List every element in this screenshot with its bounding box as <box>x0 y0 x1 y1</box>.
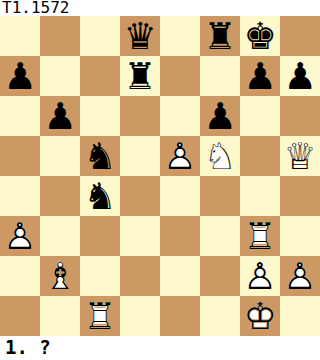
square-b7[interactable] <box>40 56 80 96</box>
square-e2[interactable] <box>160 256 200 296</box>
square-f5[interactable]: ♞♘ <box>200 136 240 176</box>
white-rook: ♖ <box>240 216 280 256</box>
square-d1[interactable] <box>120 296 160 336</box>
square-a2[interactable] <box>0 256 40 296</box>
white-queen-fill: ♛ <box>280 136 320 176</box>
white-pawn: ♙ <box>160 136 200 176</box>
square-d6[interactable] <box>120 96 160 136</box>
square-a6[interactable] <box>0 96 40 136</box>
square-b5[interactable] <box>40 136 80 176</box>
square-d4[interactable] <box>120 176 160 216</box>
black-king: ♚ <box>240 16 280 56</box>
black-pawn: ♟ <box>0 56 40 96</box>
square-c3[interactable] <box>80 216 120 256</box>
white-rook-fill: ♜ <box>80 296 120 336</box>
square-c8[interactable] <box>80 16 120 56</box>
square-c7[interactable] <box>80 56 120 96</box>
black-queen: ♛ <box>120 16 160 56</box>
square-g6[interactable] <box>240 96 280 136</box>
square-a1[interactable] <box>0 296 40 336</box>
chess-puzzle-page: { "title": "T1.1572", "caption": "1. ?",… <box>0 0 320 360</box>
square-c4[interactable]: ♞ <box>80 176 120 216</box>
square-a4[interactable] <box>0 176 40 216</box>
white-pawn: ♙ <box>0 216 40 256</box>
square-h8[interactable] <box>280 16 320 56</box>
white-rook-fill: ♜ <box>240 216 280 256</box>
white-pawn-fill: ♟ <box>0 216 40 256</box>
square-b1[interactable] <box>40 296 80 336</box>
square-c5[interactable]: ♞ <box>80 136 120 176</box>
square-b8[interactable] <box>40 16 80 56</box>
square-h6[interactable] <box>280 96 320 136</box>
white-rook: ♖ <box>80 296 120 336</box>
black-pawn: ♟ <box>40 96 80 136</box>
square-f2[interactable] <box>200 256 240 296</box>
square-e4[interactable] <box>160 176 200 216</box>
square-g2[interactable]: ♟♙ <box>240 256 280 296</box>
square-b6[interactable]: ♟ <box>40 96 80 136</box>
white-queen: ♕ <box>280 136 320 176</box>
square-b3[interactable] <box>40 216 80 256</box>
black-knight: ♞ <box>80 176 120 216</box>
black-rook: ♜ <box>120 56 160 96</box>
square-f8[interactable]: ♜ <box>200 16 240 56</box>
square-e7[interactable] <box>160 56 200 96</box>
square-c2[interactable] <box>80 256 120 296</box>
square-h7[interactable]: ♟ <box>280 56 320 96</box>
square-f6[interactable]: ♟ <box>200 96 240 136</box>
move-prompt: 1. ? <box>5 337 51 358</box>
square-a3[interactable]: ♟♙ <box>0 216 40 256</box>
black-knight: ♞ <box>80 136 120 176</box>
square-g5[interactable] <box>240 136 280 176</box>
square-e3[interactable] <box>160 216 200 256</box>
square-g8[interactable]: ♚ <box>240 16 280 56</box>
square-c6[interactable] <box>80 96 120 136</box>
white-pawn: ♙ <box>240 256 280 296</box>
square-h4[interactable] <box>280 176 320 216</box>
square-d3[interactable] <box>120 216 160 256</box>
square-d8[interactable]: ♛ <box>120 16 160 56</box>
square-g1[interactable]: ♚♔ <box>240 296 280 336</box>
square-a7[interactable]: ♟ <box>0 56 40 96</box>
square-f3[interactable] <box>200 216 240 256</box>
white-king-fill: ♚ <box>240 296 280 336</box>
square-g4[interactable] <box>240 176 280 216</box>
square-b4[interactable] <box>40 176 80 216</box>
square-g3[interactable]: ♜♖ <box>240 216 280 256</box>
square-h5[interactable]: ♛♕ <box>280 136 320 176</box>
white-king: ♔ <box>240 296 280 336</box>
square-e1[interactable] <box>160 296 200 336</box>
white-pawn-fill: ♟ <box>160 136 200 176</box>
black-rook: ♜ <box>200 16 240 56</box>
square-d2[interactable] <box>120 256 160 296</box>
black-pawn: ♟ <box>240 56 280 96</box>
square-d7[interactable]: ♜ <box>120 56 160 96</box>
black-pawn: ♟ <box>280 56 320 96</box>
white-knight-fill: ♞ <box>200 136 240 176</box>
square-c1[interactable]: ♜♖ <box>80 296 120 336</box>
square-h3[interactable] <box>280 216 320 256</box>
puzzle-title: T1.1572 <box>2 0 69 16</box>
square-g7[interactable]: ♟ <box>240 56 280 96</box>
square-d5[interactable] <box>120 136 160 176</box>
square-e6[interactable] <box>160 96 200 136</box>
square-f7[interactable] <box>200 56 240 96</box>
white-pawn-fill: ♟ <box>240 256 280 296</box>
white-knight: ♘ <box>200 136 240 176</box>
chess-board: ♛♜♚♟♜♟♟♟♟♞♟♙♞♘♛♕♞♟♙♜♖♝♗♟♙♟♙♜♖♚♔ <box>0 16 320 336</box>
square-a5[interactable] <box>0 136 40 176</box>
square-f4[interactable] <box>200 176 240 216</box>
white-bishop: ♗ <box>40 256 80 296</box>
square-a8[interactable] <box>0 16 40 56</box>
square-b2[interactable]: ♝♗ <box>40 256 80 296</box>
white-pawn: ♙ <box>280 256 320 296</box>
white-bishop-fill: ♝ <box>40 256 80 296</box>
black-pawn: ♟ <box>200 96 240 136</box>
square-e8[interactable] <box>160 16 200 56</box>
square-e5[interactable]: ♟♙ <box>160 136 200 176</box>
square-h2[interactable]: ♟♙ <box>280 256 320 296</box>
square-h1[interactable] <box>280 296 320 336</box>
white-pawn-fill: ♟ <box>280 256 320 296</box>
square-f1[interactable] <box>200 296 240 336</box>
